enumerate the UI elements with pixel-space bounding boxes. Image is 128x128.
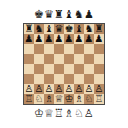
black-queen[interactable]: ♛: [55, 24, 64, 34]
square-b1[interactable]: ♘: [34, 94, 44, 104]
square-a1[interactable]: ♖: [24, 94, 34, 104]
square-c5[interactable]: [44, 54, 54, 64]
tray-white-knight[interactable]: ♘: [74, 107, 84, 120]
square-a5[interactable]: [24, 54, 34, 64]
square-d6[interactable]: [54, 44, 64, 54]
square-g8[interactable]: ♞: [84, 24, 94, 34]
square-b6[interactable]: [34, 44, 44, 54]
white-pawn[interactable]: ♙: [55, 84, 64, 94]
white-pawn[interactable]: ♙: [85, 84, 94, 94]
square-c3[interactable]: [44, 74, 54, 84]
white-bishop[interactable]: ♗: [75, 94, 84, 104]
black-pawn[interactable]: ♟: [45, 34, 54, 44]
white-bishop[interactable]: ♗: [45, 94, 54, 104]
square-b4[interactable]: [34, 64, 44, 74]
square-f3[interactable]: [74, 74, 84, 84]
black-pawn[interactable]: ♟: [85, 34, 94, 44]
tray-white-rook[interactable]: ♖: [54, 107, 64, 120]
tray-white-bishop[interactable]: ♗: [64, 107, 74, 120]
square-b5[interactable]: [34, 54, 44, 64]
square-d2[interactable]: ♙: [54, 84, 64, 94]
square-d3[interactable]: [54, 74, 64, 84]
square-a4[interactable]: [24, 64, 34, 74]
square-h2[interactable]: ♙: [94, 84, 104, 94]
white-knight[interactable]: ♘: [35, 94, 44, 104]
white-pawn[interactable]: ♙: [65, 84, 74, 94]
square-h3[interactable]: [94, 74, 104, 84]
square-d1[interactable]: ♕: [54, 94, 64, 104]
square-h6[interactable]: [94, 44, 104, 54]
black-pawn[interactable]: ♟: [65, 34, 74, 44]
square-a3[interactable]: [24, 74, 34, 84]
tray-white-queen[interactable]: ♕: [44, 107, 54, 120]
black-king[interactable]: ♚: [65, 24, 74, 34]
black-knight[interactable]: ♞: [35, 24, 44, 34]
square-h1[interactable]: ♖: [94, 94, 104, 104]
black-piece-tray: ♚♛♜♝♞♟: [34, 8, 94, 21]
square-c1[interactable]: ♗: [44, 94, 54, 104]
square-b8[interactable]: ♞: [34, 24, 44, 34]
black-pawn[interactable]: ♟: [25, 34, 34, 44]
tray-black-knight[interactable]: ♞: [74, 8, 84, 21]
square-c8[interactable]: ♝: [44, 24, 54, 34]
tray-white-pawn[interactable]: ♙: [84, 107, 94, 120]
square-f8[interactable]: ♝: [74, 24, 84, 34]
square-a8[interactable]: ♜: [24, 24, 34, 34]
square-b2[interactable]: ♙: [34, 84, 44, 94]
black-pawn[interactable]: ♟: [55, 34, 64, 44]
black-pawn[interactable]: ♟: [35, 34, 44, 44]
white-king[interactable]: ♔: [65, 94, 74, 104]
square-e8[interactable]: ♚: [64, 24, 74, 34]
white-pawn[interactable]: ♙: [45, 84, 54, 94]
tray-black-queen[interactable]: ♛: [44, 8, 54, 21]
tray-black-rook[interactable]: ♜: [54, 8, 64, 21]
tray-white-king[interactable]: ♔: [34, 107, 44, 120]
square-f4[interactable]: [74, 64, 84, 74]
black-pawn[interactable]: ♟: [75, 34, 84, 44]
black-bishop[interactable]: ♝: [45, 24, 54, 34]
square-f1[interactable]: ♗: [74, 94, 84, 104]
tray-black-bishop[interactable]: ♝: [64, 8, 74, 21]
square-f2[interactable]: ♙: [74, 84, 84, 94]
square-d8[interactable]: ♛: [54, 24, 64, 34]
square-d7[interactable]: ♟: [54, 34, 64, 44]
square-f6[interactable]: [74, 44, 84, 54]
white-queen[interactable]: ♕: [55, 94, 64, 104]
white-knight[interactable]: ♘: [85, 94, 94, 104]
tray-black-pawn[interactable]: ♟: [84, 8, 94, 21]
square-e5[interactable]: [64, 54, 74, 64]
square-c7[interactable]: ♟: [44, 34, 54, 44]
square-a2[interactable]: ♙: [24, 84, 34, 94]
square-g2[interactable]: ♙: [84, 84, 94, 94]
black-rook[interactable]: ♜: [95, 24, 104, 34]
white-rook[interactable]: ♖: [95, 94, 104, 104]
square-c6[interactable]: [44, 44, 54, 54]
square-b7[interactable]: ♟: [34, 34, 44, 44]
white-pawn[interactable]: ♙: [75, 84, 84, 94]
square-e1[interactable]: ♔: [64, 94, 74, 104]
square-f5[interactable]: [74, 54, 84, 64]
square-e3[interactable]: [64, 74, 74, 84]
square-h7[interactable]: ♟: [94, 34, 104, 44]
square-c4[interactable]: [44, 64, 54, 74]
square-g5[interactable]: [84, 54, 94, 64]
square-e7[interactable]: ♟: [64, 34, 74, 44]
square-g1[interactable]: ♘: [84, 94, 94, 104]
tray-black-king[interactable]: ♚: [34, 8, 44, 21]
square-g6[interactable]: [84, 44, 94, 54]
square-a7[interactable]: ♟: [24, 34, 34, 44]
white-piece-tray: ♔♕♖♗♘♙: [34, 107, 94, 120]
square-g4[interactable]: [84, 64, 94, 74]
square-a6[interactable]: [24, 44, 34, 54]
black-pawn[interactable]: ♟: [95, 34, 104, 44]
black-rook[interactable]: ♜: [25, 24, 34, 34]
square-h4[interactable]: [94, 64, 104, 74]
square-g7[interactable]: ♟: [84, 34, 94, 44]
white-pawn[interactable]: ♙: [35, 84, 44, 94]
white-pawn[interactable]: ♙: [25, 84, 34, 94]
white-rook[interactable]: ♖: [25, 94, 34, 104]
square-h8[interactable]: ♜: [94, 24, 104, 34]
square-f7[interactable]: ♟: [74, 34, 84, 44]
square-h5[interactable]: [94, 54, 104, 64]
square-d5[interactable]: [54, 54, 64, 64]
square-c2[interactable]: ♙: [44, 84, 54, 94]
square-e6[interactable]: [64, 44, 74, 54]
chess-board: ♜♞♝♛♚♝♞♜♟♟♟♟♟♟♟♟♙♙♙♙♙♙♙♙♖♘♗♕♔♗♘♖: [23, 23, 105, 105]
square-e4[interactable]: [64, 64, 74, 74]
square-d4[interactable]: [54, 64, 64, 74]
square-e2[interactable]: ♙: [64, 84, 74, 94]
black-bishop[interactable]: ♝: [75, 24, 84, 34]
square-g3[interactable]: [84, 74, 94, 84]
white-pawn[interactable]: ♙: [95, 84, 104, 94]
square-b3[interactable]: [34, 74, 44, 84]
black-knight[interactable]: ♞: [85, 24, 94, 34]
